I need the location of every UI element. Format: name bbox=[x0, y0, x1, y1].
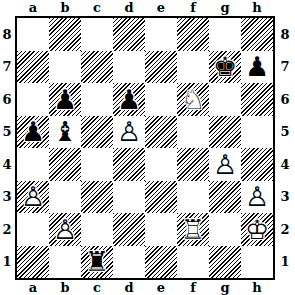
white-pawn: ♟♙ bbox=[17, 181, 49, 214]
white-pawn-glyph: ♙ bbox=[49, 213, 81, 246]
black-rook: ♜♜ bbox=[81, 246, 113, 279]
file-label-h: h bbox=[241, 280, 273, 295]
white-pawn-glyph: ♙ bbox=[17, 181, 49, 214]
square-g1[interactable] bbox=[209, 246, 241, 279]
rank-label-1: 1 bbox=[275, 246, 295, 279]
white-pawn-halo: ♟ bbox=[241, 181, 273, 214]
rank-label-7: 7 bbox=[0, 51, 14, 84]
file-label-b: b bbox=[49, 0, 81, 15]
square-g3[interactable] bbox=[209, 181, 241, 214]
file-labels-top: abcdefgh bbox=[17, 0, 273, 15]
square-f2[interactable]: ♜♖ bbox=[177, 213, 209, 246]
file-label-e: e bbox=[145, 0, 177, 15]
rank-label-2: 2 bbox=[0, 213, 14, 246]
square-e3[interactable] bbox=[145, 181, 177, 214]
square-g8[interactable] bbox=[209, 18, 241, 51]
square-d1[interactable] bbox=[113, 246, 145, 279]
square-b4[interactable] bbox=[49, 148, 81, 181]
black-pawn-glyph: ♟ bbox=[17, 116, 49, 149]
file-label-d: d bbox=[113, 0, 145, 15]
rank-label-3: 3 bbox=[0, 181, 14, 214]
square-a2[interactable] bbox=[17, 213, 49, 246]
rank-label-8: 8 bbox=[0, 18, 14, 51]
file-label-b: b bbox=[49, 280, 81, 295]
black-pawn: ♟♟ bbox=[49, 83, 81, 116]
black-pawn: ♟♟ bbox=[113, 83, 145, 116]
white-king: ♚♔ bbox=[241, 213, 273, 246]
square-h4[interactable] bbox=[241, 148, 273, 181]
black-bishop-halo: ♝ bbox=[49, 116, 81, 149]
file-label-d: d bbox=[113, 280, 145, 295]
square-e4[interactable] bbox=[145, 148, 177, 181]
rank-labels-right: 87654321 bbox=[275, 18, 295, 278]
rank-label-5: 5 bbox=[0, 116, 14, 149]
file-label-c: c bbox=[81, 0, 113, 15]
black-pawn-glyph: ♟ bbox=[241, 51, 273, 84]
file-label-h: h bbox=[241, 0, 273, 15]
black-bishop: ♝♝ bbox=[49, 116, 81, 149]
square-e8[interactable] bbox=[145, 18, 177, 51]
file-labels-bottom: abcdefgh bbox=[17, 280, 273, 295]
square-h2[interactable]: ♚♔ bbox=[241, 213, 273, 246]
file-label-a: a bbox=[17, 0, 49, 15]
white-king-halo: ♚ bbox=[241, 213, 273, 246]
rank-label-1: 1 bbox=[0, 246, 14, 279]
square-c6[interactable] bbox=[81, 83, 113, 116]
black-pawn-glyph: ♟ bbox=[49, 83, 81, 116]
rank-label-6: 6 bbox=[0, 83, 14, 116]
white-knight-halo: ♞ bbox=[177, 83, 209, 116]
file-label-e: e bbox=[145, 280, 177, 295]
white-knight-glyph: ♘ bbox=[177, 83, 209, 116]
square-e7[interactable] bbox=[145, 51, 177, 84]
square-h1[interactable] bbox=[241, 246, 273, 279]
square-b7[interactable] bbox=[49, 51, 81, 84]
rank-label-6: 6 bbox=[275, 83, 295, 116]
square-g2[interactable] bbox=[209, 213, 241, 246]
square-h5[interactable] bbox=[241, 116, 273, 149]
white-king-glyph: ♔ bbox=[241, 213, 273, 246]
file-label-g: g bbox=[209, 0, 241, 15]
black-bishop-glyph: ♝ bbox=[49, 116, 81, 149]
square-c5[interactable] bbox=[81, 116, 113, 149]
square-d2[interactable] bbox=[113, 213, 145, 246]
square-f1[interactable] bbox=[177, 246, 209, 279]
white-rook-halo: ♜ bbox=[177, 213, 209, 246]
square-a8[interactable] bbox=[17, 18, 49, 51]
square-c8[interactable] bbox=[81, 18, 113, 51]
black-pawn-halo: ♟ bbox=[113, 83, 145, 116]
chess-diagram: abcdefgh 87654321 ♚♚♟♟♟♟♟♟♞♘♟♟♝♝♟♙♟♙♟♙♟♙… bbox=[0, 0, 295, 295]
file-label-f: f bbox=[177, 280, 209, 295]
square-b3[interactable] bbox=[49, 181, 81, 214]
black-pawn-halo: ♟ bbox=[241, 51, 273, 84]
white-knight: ♞♘ bbox=[177, 83, 209, 116]
square-a4[interactable] bbox=[17, 148, 49, 181]
square-b5[interactable]: ♝♝ bbox=[49, 116, 81, 149]
white-pawn-glyph: ♙ bbox=[209, 148, 241, 181]
square-a6[interactable] bbox=[17, 83, 49, 116]
black-pawn-halo: ♟ bbox=[17, 116, 49, 149]
square-g4[interactable]: ♟♙ bbox=[209, 148, 241, 181]
square-e2[interactable] bbox=[145, 213, 177, 246]
black-king-glyph: ♚ bbox=[209, 51, 241, 84]
square-f7[interactable] bbox=[177, 51, 209, 84]
square-h8[interactable] bbox=[241, 18, 273, 51]
rank-label-5: 5 bbox=[275, 116, 295, 149]
white-pawn-halo: ♟ bbox=[49, 213, 81, 246]
rank-label-4: 4 bbox=[275, 148, 295, 181]
black-pawn-glyph: ♟ bbox=[113, 83, 145, 116]
square-f4[interactable] bbox=[177, 148, 209, 181]
black-pawn-halo: ♟ bbox=[49, 83, 81, 116]
square-d4[interactable] bbox=[113, 148, 145, 181]
white-pawn-halo: ♟ bbox=[209, 148, 241, 181]
square-a1[interactable] bbox=[17, 246, 49, 279]
black-pawn: ♟♟ bbox=[241, 51, 273, 84]
chess-board: ♚♚♟♟♟♟♟♟♞♘♟♟♝♝♟♙♟♙♟♙♟♙♟♙♜♖♚♔♜♜ bbox=[15, 16, 275, 280]
square-d3[interactable] bbox=[113, 181, 145, 214]
white-rook: ♜♖ bbox=[177, 213, 209, 246]
black-king: ♚♚ bbox=[209, 51, 241, 84]
square-g6[interactable] bbox=[209, 83, 241, 116]
square-a3[interactable]: ♟♙ bbox=[17, 181, 49, 214]
square-d6[interactable]: ♟♟ bbox=[113, 83, 145, 116]
square-c4[interactable] bbox=[81, 148, 113, 181]
white-pawn: ♟♙ bbox=[49, 213, 81, 246]
square-f5[interactable] bbox=[177, 116, 209, 149]
file-label-a: a bbox=[17, 280, 49, 295]
square-b1[interactable] bbox=[49, 246, 81, 279]
file-label-f: f bbox=[177, 0, 209, 15]
black-king-halo: ♚ bbox=[209, 51, 241, 84]
square-c2[interactable] bbox=[81, 213, 113, 246]
white-pawn-halo: ♟ bbox=[113, 116, 145, 149]
white-pawn-glyph: ♙ bbox=[113, 116, 145, 149]
square-b8[interactable] bbox=[49, 18, 81, 51]
square-c3[interactable] bbox=[81, 181, 113, 214]
black-rook-glyph: ♜ bbox=[81, 246, 113, 279]
square-b2[interactable]: ♟♙ bbox=[49, 213, 81, 246]
square-c7[interactable] bbox=[81, 51, 113, 84]
square-f3[interactable] bbox=[177, 181, 209, 214]
square-h3[interactable]: ♟♙ bbox=[241, 181, 273, 214]
square-f6[interactable]: ♞♘ bbox=[177, 83, 209, 116]
black-rook-halo: ♜ bbox=[81, 246, 113, 279]
square-d7[interactable] bbox=[113, 51, 145, 84]
white-pawn: ♟♙ bbox=[209, 148, 241, 181]
white-pawn-halo: ♟ bbox=[17, 181, 49, 214]
white-pawn: ♟♙ bbox=[113, 116, 145, 149]
rank-label-7: 7 bbox=[275, 51, 295, 84]
square-d5[interactable]: ♟♙ bbox=[113, 116, 145, 149]
square-a5[interactable]: ♟♟ bbox=[17, 116, 49, 149]
rank-label-4: 4 bbox=[0, 148, 14, 181]
square-e5[interactable] bbox=[145, 116, 177, 149]
rank-label-3: 3 bbox=[275, 181, 295, 214]
square-b6[interactable]: ♟♟ bbox=[49, 83, 81, 116]
file-label-g: g bbox=[209, 280, 241, 295]
square-g7[interactable]: ♚♚ bbox=[209, 51, 241, 84]
square-d8[interactable] bbox=[113, 18, 145, 51]
square-h6[interactable] bbox=[241, 83, 273, 116]
white-pawn-glyph: ♙ bbox=[241, 181, 273, 214]
square-e6[interactable] bbox=[145, 83, 177, 116]
rank-label-8: 8 bbox=[275, 18, 295, 51]
white-rook-glyph: ♖ bbox=[177, 213, 209, 246]
square-g5[interactable] bbox=[209, 116, 241, 149]
square-f8[interactable] bbox=[177, 18, 209, 51]
rank-label-2: 2 bbox=[275, 213, 295, 246]
square-h7[interactable]: ♟♟ bbox=[241, 51, 273, 84]
square-e1[interactable] bbox=[145, 246, 177, 279]
rank-labels-left: 87654321 bbox=[0, 18, 14, 278]
file-label-c: c bbox=[81, 280, 113, 295]
white-pawn: ♟♙ bbox=[241, 181, 273, 214]
square-c1[interactable]: ♜♜ bbox=[81, 246, 113, 279]
black-pawn: ♟♟ bbox=[17, 116, 49, 149]
square-a7[interactable] bbox=[17, 51, 49, 84]
